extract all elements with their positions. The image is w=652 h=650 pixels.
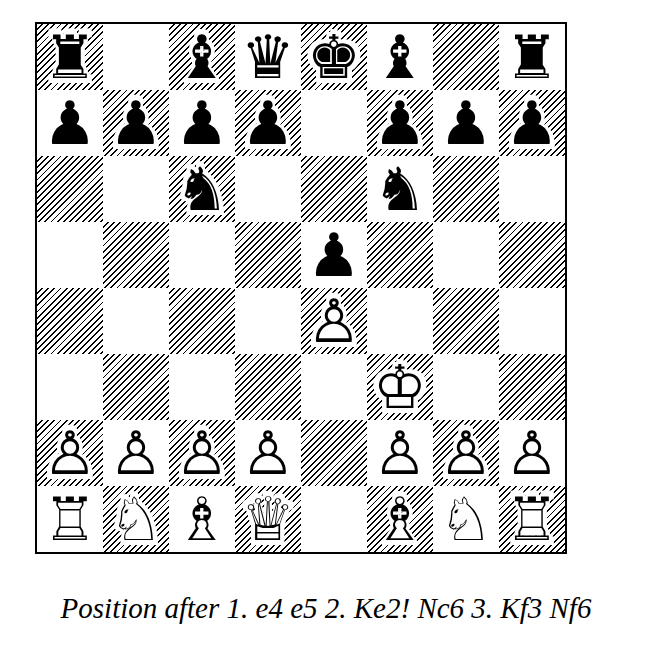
- square-h5[interactable]: [499, 222, 565, 288]
- square-h2[interactable]: ♟♙: [499, 420, 565, 486]
- square-b4[interactable]: [103, 288, 169, 354]
- square-e6[interactable]: [301, 156, 367, 222]
- square-c8[interactable]: ♝♝: [169, 24, 235, 90]
- piece-halo: ♟: [169, 420, 235, 486]
- piece-white-rook: ♖: [37, 486, 103, 552]
- square-f7[interactable]: ♟♟: [367, 90, 433, 156]
- square-b7[interactable]: ♟♟: [103, 90, 169, 156]
- chess-board: ♜♜♝♝♛♛♚♚♝♝♜♜♟♟♟♟♟♟♟♟♟♟♟♟♟♟♞♞♞♞♟♟♟♙♚♔♟♙♟♙…: [35, 22, 567, 554]
- piece-white-king: ♔: [367, 354, 433, 420]
- piece-black-pawn: ♟: [235, 90, 301, 156]
- piece-halo: ♟: [103, 90, 169, 156]
- square-g8[interactable]: [433, 24, 499, 90]
- piece-halo: ♟: [235, 90, 301, 156]
- square-h6[interactable]: [499, 156, 565, 222]
- piece-halo: ♟: [499, 420, 565, 486]
- piece-halo: ♟: [433, 90, 499, 156]
- square-d4[interactable]: [235, 288, 301, 354]
- square-g1[interactable]: ♞♘: [433, 486, 499, 552]
- square-g4[interactable]: [433, 288, 499, 354]
- piece-black-bishop: ♝: [169, 24, 235, 90]
- piece-halo: ♟: [301, 288, 367, 354]
- piece-white-pawn: ♙: [499, 420, 565, 486]
- piece-white-pawn: ♙: [169, 420, 235, 486]
- square-a5[interactable]: [37, 222, 103, 288]
- piece-black-queen: ♛: [235, 24, 301, 90]
- piece-halo: ♟: [367, 420, 433, 486]
- square-e5[interactable]: ♟♟: [301, 222, 367, 288]
- piece-halo: ♟: [499, 90, 565, 156]
- square-g5[interactable]: [433, 222, 499, 288]
- piece-halo: ♜: [37, 24, 103, 90]
- piece-halo: ♞: [103, 486, 169, 552]
- square-e4[interactable]: ♟♙: [301, 288, 367, 354]
- piece-halo: ♜: [499, 486, 565, 552]
- square-c5[interactable]: [169, 222, 235, 288]
- piece-halo: ♟: [37, 90, 103, 156]
- square-d8[interactable]: ♛♛: [235, 24, 301, 90]
- piece-white-pawn: ♙: [433, 420, 499, 486]
- square-b2[interactable]: ♟♙: [103, 420, 169, 486]
- piece-black-pawn: ♟: [433, 90, 499, 156]
- piece-halo: ♞: [433, 486, 499, 552]
- piece-white-knight: ♘: [103, 486, 169, 552]
- board-caption: Position after 1. e4 e5 2. Ke2! Nc6 3. K…: [0, 588, 652, 628]
- square-f6[interactable]: ♞♞: [367, 156, 433, 222]
- piece-halo: ♟: [433, 420, 499, 486]
- square-e7[interactable]: [301, 90, 367, 156]
- piece-black-pawn: ♟: [169, 90, 235, 156]
- square-b6[interactable]: [103, 156, 169, 222]
- piece-white-pawn: ♙: [103, 420, 169, 486]
- piece-white-pawn: ♙: [367, 420, 433, 486]
- piece-black-pawn: ♟: [37, 90, 103, 156]
- piece-white-bishop: ♗: [169, 486, 235, 552]
- square-d6[interactable]: [235, 156, 301, 222]
- piece-halo: ♜: [499, 24, 565, 90]
- square-e1[interactable]: [301, 486, 367, 552]
- square-c4[interactable]: [169, 288, 235, 354]
- piece-halo: ♝: [367, 486, 433, 552]
- square-c2[interactable]: ♟♙: [169, 420, 235, 486]
- piece-halo: ♟: [103, 420, 169, 486]
- piece-halo: ♟: [367, 90, 433, 156]
- square-a3[interactable]: [37, 354, 103, 420]
- square-a7[interactable]: ♟♟: [37, 90, 103, 156]
- piece-black-bishop: ♝: [367, 24, 433, 90]
- piece-black-rook: ♜: [499, 24, 565, 90]
- square-f3[interactable]: ♚♔: [367, 354, 433, 420]
- square-b8[interactable]: [103, 24, 169, 90]
- piece-halo: ♛: [235, 24, 301, 90]
- square-f8[interactable]: ♝♝: [367, 24, 433, 90]
- square-e2[interactable]: [301, 420, 367, 486]
- square-c7[interactable]: ♟♟: [169, 90, 235, 156]
- piece-black-pawn: ♟: [103, 90, 169, 156]
- square-a8[interactable]: ♜♜: [37, 24, 103, 90]
- square-c1[interactable]: ♝♗: [169, 486, 235, 552]
- piece-white-pawn: ♙: [235, 420, 301, 486]
- piece-white-bishop: ♗: [367, 486, 433, 552]
- piece-black-king: ♚: [301, 24, 367, 90]
- square-a1[interactable]: ♜♖: [37, 486, 103, 552]
- square-h3[interactable]: [499, 354, 565, 420]
- square-d2[interactable]: ♟♙: [235, 420, 301, 486]
- square-a6[interactable]: [37, 156, 103, 222]
- piece-halo: ♟: [37, 420, 103, 486]
- piece-halo: ♝: [169, 24, 235, 90]
- square-f2[interactable]: ♟♙: [367, 420, 433, 486]
- piece-halo: ♚: [301, 24, 367, 90]
- piece-halo: ♟: [235, 420, 301, 486]
- square-h7[interactable]: ♟♟: [499, 90, 565, 156]
- piece-halo: ♜: [37, 486, 103, 552]
- square-g2[interactable]: ♟♙: [433, 420, 499, 486]
- square-g3[interactable]: [433, 354, 499, 420]
- square-e8[interactable]: ♚♚: [301, 24, 367, 90]
- piece-halo: ♟: [169, 90, 235, 156]
- square-h4[interactable]: [499, 288, 565, 354]
- piece-white-rook: ♖: [499, 486, 565, 552]
- square-f4[interactable]: [367, 288, 433, 354]
- square-d1[interactable]: ♛♕: [235, 486, 301, 552]
- piece-black-knight: ♞: [169, 156, 235, 222]
- piece-halo: ♞: [169, 156, 235, 222]
- square-b5[interactable]: [103, 222, 169, 288]
- piece-halo: ♚: [367, 354, 433, 420]
- piece-black-rook: ♜: [37, 24, 103, 90]
- square-b1[interactable]: ♞♘: [103, 486, 169, 552]
- piece-black-pawn: ♟: [367, 90, 433, 156]
- piece-halo: ♝: [367, 24, 433, 90]
- square-c6[interactable]: ♞♞: [169, 156, 235, 222]
- page: ♜♜♝♝♛♛♚♚♝♝♜♜♟♟♟♟♟♟♟♟♟♟♟♟♟♟♞♞♞♞♟♟♟♙♚♔♟♙♟♙…: [0, 0, 652, 650]
- square-e3[interactable]: [301, 354, 367, 420]
- piece-halo: ♛: [235, 486, 301, 552]
- piece-white-knight: ♘: [433, 486, 499, 552]
- piece-white-queen: ♕: [235, 486, 301, 552]
- square-g7[interactable]: ♟♟: [433, 90, 499, 156]
- square-f5[interactable]: [367, 222, 433, 288]
- piece-halo: ♞: [367, 156, 433, 222]
- piece-halo: ♝: [169, 486, 235, 552]
- square-a4[interactable]: [37, 288, 103, 354]
- square-c3[interactable]: [169, 354, 235, 420]
- piece-white-pawn: ♙: [37, 420, 103, 486]
- piece-black-knight: ♞: [367, 156, 433, 222]
- square-h8[interactable]: ♜♜: [499, 24, 565, 90]
- piece-halo: ♟: [301, 222, 367, 288]
- square-a2[interactable]: ♟♙: [37, 420, 103, 486]
- square-d7[interactable]: ♟♟: [235, 90, 301, 156]
- square-g6[interactable]: [433, 156, 499, 222]
- square-d5[interactable]: [235, 222, 301, 288]
- square-f1[interactable]: ♝♗: [367, 486, 433, 552]
- square-b3[interactable]: [103, 354, 169, 420]
- piece-black-pawn: ♟: [499, 90, 565, 156]
- piece-black-pawn: ♟: [301, 222, 367, 288]
- square-d3[interactable]: [235, 354, 301, 420]
- square-h1[interactable]: ♜♖: [499, 486, 565, 552]
- piece-white-pawn: ♙: [301, 288, 367, 354]
